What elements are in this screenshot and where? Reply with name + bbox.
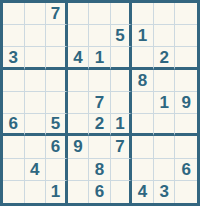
cell-r8c1[interactable] [3,159,25,181]
given-digit: 1 [51,183,60,200]
cell-r7c5[interactable] [89,136,111,158]
cell-r9c5[interactable]: 6 [89,181,111,203]
given-digit: 9 [181,94,190,111]
cell-r7c2[interactable] [25,136,47,158]
cell-r8c5[interactable]: 8 [89,159,111,181]
cell-r6c3[interactable]: 5 [46,114,68,136]
given-digit: 6 [9,115,18,132]
given-digit: 3 [9,49,18,66]
given-digit: 7 [115,138,124,155]
given-digit: 4 [138,183,147,200]
given-digit: 1 [159,94,168,111]
cell-r1c8[interactable] [154,3,176,25]
cell-r1c1[interactable] [3,3,25,25]
cell-r7c3[interactable]: 6 [46,136,68,158]
given-digit: 9 [73,138,82,155]
cell-r5c8[interactable]: 1 [154,92,176,114]
cell-r7c8[interactable] [154,136,176,158]
given-digit: 6 [181,161,190,178]
cell-r9c6[interactable] [111,181,133,203]
given-digit: 1 [138,27,147,44]
cell-r7c1[interactable] [3,136,25,158]
cell-r6c9[interactable] [175,114,197,136]
cell-r3c8[interactable]: 2 [154,47,176,69]
given-digit: 2 [95,115,104,132]
cell-r3c1[interactable]: 3 [3,47,25,69]
cell-r9c3[interactable]: 1 [46,181,68,203]
cell-r8c9[interactable]: 6 [175,159,197,181]
cell-r4c1[interactable] [3,70,25,92]
cell-r3c6[interactable] [111,47,133,69]
cell-r2c8[interactable] [154,25,176,47]
cell-r4c5[interactable] [89,70,111,92]
cell-r6c7[interactable] [132,114,154,136]
cell-r1c3[interactable]: 7 [46,3,68,25]
cell-r6c1[interactable]: 6 [3,114,25,136]
cell-r2c5[interactable] [89,25,111,47]
cell-r9c8[interactable]: 3 [154,181,176,203]
cell-r9c7[interactable]: 4 [132,181,154,203]
given-digit: 8 [138,72,147,89]
cell-r9c9[interactable] [175,181,197,203]
given-digit: 1 [95,49,104,66]
cell-r2c9[interactable] [175,25,197,47]
cell-r2c2[interactable] [25,25,47,47]
cell-r6c5[interactable]: 2 [89,114,111,136]
cell-r6c6[interactable]: 1 [111,114,133,136]
cell-r5c1[interactable] [3,92,25,114]
cell-r2c6[interactable]: 5 [111,25,133,47]
cell-r4c8[interactable] [154,70,176,92]
given-digit: 7 [51,5,60,22]
cell-r1c6[interactable] [111,3,133,25]
given-digit: 7 [95,94,104,111]
cell-r3c4[interactable]: 4 [68,47,90,69]
cell-r5c5[interactable]: 7 [89,92,111,114]
cell-r3c2[interactable] [25,47,47,69]
cell-r3c7[interactable] [132,47,154,69]
cell-r4c6[interactable] [111,70,133,92]
given-digit: 4 [30,161,39,178]
cell-r8c4[interactable] [68,159,90,181]
cell-r8c8[interactable] [154,159,176,181]
cell-r1c2[interactable] [25,3,47,25]
cell-r2c7[interactable]: 1 [132,25,154,47]
cell-r3c3[interactable] [46,47,68,69]
cell-r8c3[interactable] [46,159,68,181]
cell-r5c4[interactable] [68,92,90,114]
cell-r5c2[interactable] [25,92,47,114]
cell-r5c7[interactable] [132,92,154,114]
given-digit: 6 [51,138,60,155]
cell-r2c1[interactable] [3,25,25,47]
given-digit: 5 [51,115,60,132]
cell-r1c9[interactable] [175,3,197,25]
given-digit: 6 [95,183,104,200]
given-digit: 3 [159,183,168,200]
sudoku-board: 7513412871965216974861643 [0,0,200,206]
cell-r5c3[interactable] [46,92,68,114]
given-digit: 5 [115,27,124,44]
cell-r3c9[interactable] [175,47,197,69]
cell-r4c2[interactable] [25,70,47,92]
cell-r4c7[interactable]: 8 [132,70,154,92]
cell-r6c8[interactable] [154,114,176,136]
given-digit: 2 [159,49,168,66]
given-digit: 1 [115,115,124,132]
given-digit: 4 [73,49,82,66]
cell-r8c7[interactable] [132,159,154,181]
cell-r8c2[interactable]: 4 [25,159,47,181]
cell-r8c6[interactable] [111,159,133,181]
cell-r9c4[interactable] [68,181,90,203]
cell-r7c4[interactable]: 9 [68,136,90,158]
cell-r7c6[interactable]: 7 [111,136,133,158]
cell-r2c4[interactable] [68,25,90,47]
cell-r6c4[interactable] [68,114,90,136]
cell-r4c9[interactable] [175,70,197,92]
cell-r9c2[interactable] [25,181,47,203]
given-digit: 8 [95,161,104,178]
cell-r4c3[interactable] [46,70,68,92]
cell-r4c4[interactable] [68,70,90,92]
cell-r7c9[interactable] [175,136,197,158]
cell-r6c2[interactable] [25,114,47,136]
cell-r9c1[interactable] [3,181,25,203]
cell-r1c4[interactable] [68,3,90,25]
cell-r1c7[interactable] [132,3,154,25]
cell-r2c3[interactable] [46,25,68,47]
cell-r5c6[interactable] [111,92,133,114]
cell-r1c5[interactable] [89,3,111,25]
cell-r5c9[interactable]: 9 [175,92,197,114]
cell-r3c5[interactable]: 1 [89,47,111,69]
cell-r7c7[interactable] [132,136,154,158]
